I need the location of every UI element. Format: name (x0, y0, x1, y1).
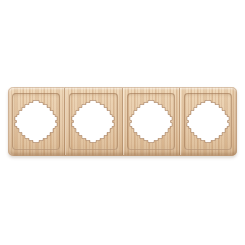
frame-gang-section (65, 87, 122, 156)
frame-gang-row (8, 87, 237, 156)
frame-gang-section (8, 87, 65, 156)
frame-cutout-opening (71, 99, 115, 144)
frame-gang-section (180, 87, 237, 156)
product-photo (0, 0, 245, 245)
frame-recess (12, 93, 60, 150)
frame-gang-section (123, 87, 180, 156)
frame-cutout-opening (129, 99, 173, 144)
frame-cutout-opening (186, 99, 230, 144)
frame-cutout-opening (14, 99, 58, 144)
frame-recess (127, 93, 175, 150)
frame-recess (184, 93, 232, 150)
frame-recess (69, 93, 117, 150)
wall-switch-frame (8, 87, 237, 156)
